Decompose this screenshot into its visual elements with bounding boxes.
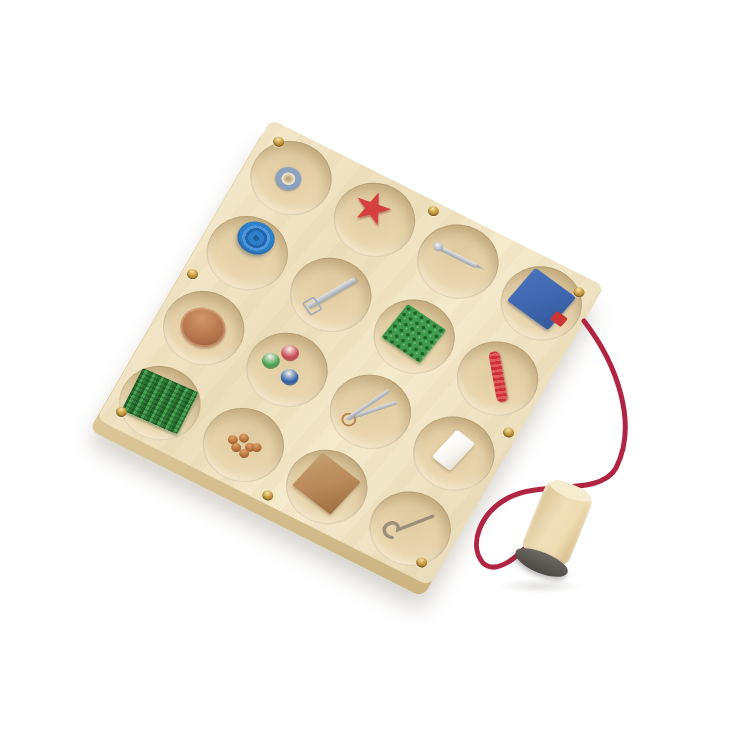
textured-plate-item[interactable] <box>381 303 446 362</box>
well-r2c1[interactable] <box>232 319 342 420</box>
well-r0c3[interactable] <box>486 252 596 353</box>
brass-screw-icon <box>260 489 275 503</box>
beads-trio-item[interactable] <box>232 319 342 420</box>
well-r1c3[interactable] <box>443 327 553 428</box>
blue-bead[interactable] <box>277 366 301 388</box>
spool-item[interactable] <box>231 215 281 260</box>
scene: ★ <box>0 0 750 750</box>
wand-shadow <box>498 578 582 594</box>
hook-item[interactable] <box>377 506 445 548</box>
well-r2c3[interactable] <box>399 402 509 503</box>
bead-cluster-item[interactable] <box>222 426 266 464</box>
ridged-block-item[interactable] <box>121 367 198 434</box>
hook-icon <box>377 506 445 548</box>
well-r0c0[interactable] <box>236 127 346 228</box>
washer-ring-item[interactable] <box>271 162 306 194</box>
coin-item[interactable] <box>173 300 233 354</box>
well-r1c2[interactable] <box>359 286 469 387</box>
board: ★ <box>96 119 604 586</box>
ribbed-stick-item[interactable] <box>488 350 508 402</box>
magnet-wand[interactable] <box>514 476 596 582</box>
tweezers-item[interactable] <box>338 387 400 428</box>
brass-screw-icon <box>501 426 516 440</box>
sandpaper-square-item[interactable] <box>292 452 361 514</box>
nail-item[interactable] <box>437 244 478 267</box>
well-r0c2[interactable] <box>403 211 513 312</box>
well-r2c0[interactable] <box>149 277 259 378</box>
eraser-item[interactable] <box>507 267 576 330</box>
brass-screw-icon <box>185 267 200 281</box>
red-bead[interactable] <box>278 341 302 363</box>
chalk-item[interactable] <box>432 429 476 471</box>
star-bead-item[interactable]: ★ <box>345 180 400 233</box>
green-bead[interactable] <box>259 349 283 371</box>
bar-pin-item[interactable] <box>306 277 357 309</box>
well-r0c1[interactable]: ★ <box>319 169 429 270</box>
well-r2c2[interactable] <box>315 361 425 462</box>
brass-screw-icon <box>426 204 441 218</box>
tweezers-joint <box>338 410 358 428</box>
well-r1c0[interactable] <box>192 202 302 303</box>
